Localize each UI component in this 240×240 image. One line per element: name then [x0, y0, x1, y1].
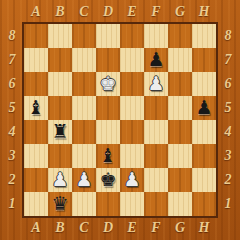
square-f5[interactable]: [144, 96, 168, 120]
file-label: B: [48, 0, 72, 24]
file-label: B: [48, 216, 72, 240]
square-h5[interactable]: ♟: [192, 96, 216, 120]
file-label: F: [144, 216, 168, 240]
square-e2[interactable]: ♟: [120, 168, 144, 192]
rank-label: 2: [216, 168, 240, 192]
file-label: E: [120, 216, 144, 240]
file-label: D: [96, 216, 120, 240]
square-c2[interactable]: ♟: [72, 168, 96, 192]
rank-label: 3: [216, 144, 240, 168]
black-bishop[interactable]: ♝: [24, 96, 48, 120]
rank-label: 1: [0, 192, 24, 216]
file-label: E: [120, 0, 144, 24]
file-label: D: [96, 0, 120, 24]
square-e3[interactable]: [120, 144, 144, 168]
black-pawn[interactable]: ♟: [192, 96, 216, 120]
square-a2[interactable]: [24, 168, 48, 192]
black-bishop[interactable]: ♝: [96, 144, 120, 168]
square-e5[interactable]: [120, 96, 144, 120]
square-g7[interactable]: [168, 48, 192, 72]
square-d6[interactable]: ♚: [96, 72, 120, 96]
square-f3[interactable]: [144, 144, 168, 168]
square-e7[interactable]: [120, 48, 144, 72]
black-queen[interactable]: ♛: [48, 192, 72, 216]
square-h1[interactable]: [192, 192, 216, 216]
file-labels-top: ABCDEFGH: [24, 0, 216, 24]
rank-label: 8: [0, 24, 24, 48]
rank-label: 6: [216, 72, 240, 96]
rank-label: 8: [216, 24, 240, 48]
square-f4[interactable]: [144, 120, 168, 144]
square-g3[interactable]: [168, 144, 192, 168]
square-h8[interactable]: [192, 24, 216, 48]
square-b5[interactable]: [48, 96, 72, 120]
square-c4[interactable]: [72, 120, 96, 144]
square-a4[interactable]: [24, 120, 48, 144]
square-f1[interactable]: [144, 192, 168, 216]
chess-board[interactable]: ♟♚♟♝♟♜♝♟♟♚♟♛: [24, 24, 216, 216]
rank-label: 4: [216, 120, 240, 144]
square-b1[interactable]: ♛: [48, 192, 72, 216]
black-pawn[interactable]: ♟: [144, 48, 168, 72]
square-c7[interactable]: [72, 48, 96, 72]
black-king[interactable]: ♚: [96, 168, 120, 192]
square-f7[interactable]: ♟: [144, 48, 168, 72]
chess-app-window: ABCDEFGH ABCDEFGH 87654321 87654321 ♟♚♟♝…: [0, 0, 240, 240]
rank-label: 6: [0, 72, 24, 96]
black-rook[interactable]: ♜: [48, 120, 72, 144]
file-label: A: [24, 0, 48, 24]
square-g1[interactable]: [168, 192, 192, 216]
rank-label: 5: [216, 96, 240, 120]
square-h4[interactable]: [192, 120, 216, 144]
file-label: H: [192, 216, 216, 240]
square-b3[interactable]: [48, 144, 72, 168]
square-a8[interactable]: [24, 24, 48, 48]
white-pawn[interactable]: ♟: [144, 72, 168, 96]
rank-labels-left: 87654321: [0, 24, 24, 216]
square-b7[interactable]: [48, 48, 72, 72]
square-a7[interactable]: [24, 48, 48, 72]
square-f6[interactable]: ♟: [144, 72, 168, 96]
square-h3[interactable]: [192, 144, 216, 168]
square-h6[interactable]: [192, 72, 216, 96]
square-b8[interactable]: [48, 24, 72, 48]
square-c5[interactable]: [72, 96, 96, 120]
square-a1[interactable]: [24, 192, 48, 216]
square-a6[interactable]: [24, 72, 48, 96]
square-c1[interactable]: [72, 192, 96, 216]
square-h7[interactable]: [192, 48, 216, 72]
file-labels-bottom: ABCDEFGH: [24, 216, 216, 240]
file-label: H: [192, 0, 216, 24]
square-c3[interactable]: [72, 144, 96, 168]
square-d3[interactable]: ♝: [96, 144, 120, 168]
file-label: G: [168, 0, 192, 24]
rank-label: 2: [0, 168, 24, 192]
file-label: F: [144, 0, 168, 24]
rank-label: 3: [0, 144, 24, 168]
white-pawn[interactable]: ♟: [120, 168, 144, 192]
file-label: C: [72, 0, 96, 24]
square-e6[interactable]: [120, 72, 144, 96]
square-h2[interactable]: [192, 168, 216, 192]
square-e8[interactable]: [120, 24, 144, 48]
square-d2[interactable]: ♚: [96, 168, 120, 192]
square-g8[interactable]: [168, 24, 192, 48]
square-a3[interactable]: [24, 144, 48, 168]
square-f2[interactable]: [144, 168, 168, 192]
rank-label: 7: [0, 48, 24, 72]
square-g2[interactable]: [168, 168, 192, 192]
square-c6[interactable]: [72, 72, 96, 96]
rank-label: 7: [216, 48, 240, 72]
square-d1[interactable]: [96, 192, 120, 216]
file-label: C: [72, 216, 96, 240]
rank-labels-right: 87654321: [216, 24, 240, 216]
square-e4[interactable]: [120, 120, 144, 144]
square-b4[interactable]: ♜: [48, 120, 72, 144]
square-a5[interactable]: ♝: [24, 96, 48, 120]
square-g6[interactable]: [168, 72, 192, 96]
white-pawn[interactable]: ♟: [48, 168, 72, 192]
square-c8[interactable]: [72, 24, 96, 48]
square-b2[interactable]: ♟: [48, 168, 72, 192]
square-d4[interactable]: [96, 120, 120, 144]
square-d5[interactable]: [96, 96, 120, 120]
file-label: A: [24, 216, 48, 240]
white-king[interactable]: ♚: [96, 72, 120, 96]
square-b6[interactable]: [48, 72, 72, 96]
rank-label: 1: [216, 192, 240, 216]
square-e1[interactable]: [120, 192, 144, 216]
square-f8[interactable]: [144, 24, 168, 48]
white-pawn[interactable]: ♟: [72, 168, 96, 192]
rank-label: 5: [0, 96, 24, 120]
square-d7[interactable]: [96, 48, 120, 72]
square-g5[interactable]: [168, 96, 192, 120]
file-label: G: [168, 216, 192, 240]
square-d8[interactable]: [96, 24, 120, 48]
rank-label: 4: [0, 120, 24, 144]
square-g4[interactable]: [168, 120, 192, 144]
